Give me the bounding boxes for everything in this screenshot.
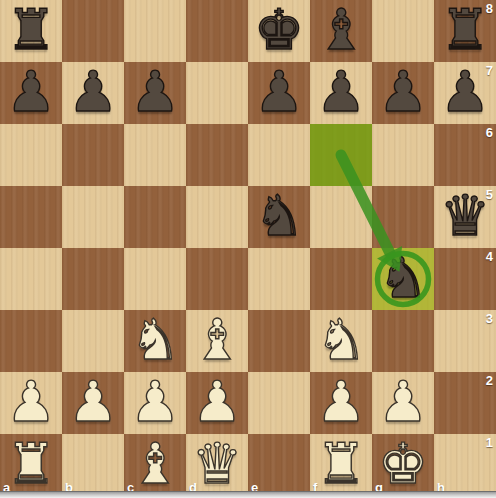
piece-white-knight-c3[interactable]: ♞: [124, 310, 186, 372]
piece-white-pawn-b2[interactable]: ♟: [62, 372, 124, 434]
square-e7[interactable]: ♟: [248, 62, 310, 124]
piece-black-pawn-f7[interactable]: ♟: [310, 62, 372, 124]
piece-black-king-e8[interactable]: ♚: [248, 0, 310, 62]
square-d1[interactable]: d♛: [186, 434, 248, 496]
square-h8[interactable]: 8♜: [434, 0, 496, 62]
rank-label-3: 3: [486, 311, 493, 326]
square-d6[interactable]: [186, 124, 248, 186]
square-f2[interactable]: ♟: [310, 372, 372, 434]
square-c3[interactable]: ♞: [124, 310, 186, 372]
square-c7[interactable]: ♟: [124, 62, 186, 124]
piece-black-pawn-h7[interactable]: ♟: [434, 62, 496, 124]
square-a5[interactable]: [0, 186, 62, 248]
square-h2[interactable]: 2: [434, 372, 496, 434]
square-b3[interactable]: [62, 310, 124, 372]
board: ♜♚♝8♜♟♟♟♟♟♟7♟6♞5♛♞4♞♝♞3♟♟♟♟♟♟2a♜bc♝d♛ef♜…: [0, 0, 496, 496]
square-a2[interactable]: ♟: [0, 372, 62, 434]
square-b5[interactable]: [62, 186, 124, 248]
square-h3[interactable]: 3: [434, 310, 496, 372]
square-e4[interactable]: [248, 248, 310, 310]
piece-white-rook-f1[interactable]: ♜: [310, 434, 372, 496]
square-c4[interactable]: [124, 248, 186, 310]
square-c1[interactable]: c♝: [124, 434, 186, 496]
piece-white-pawn-f2[interactable]: ♟: [310, 372, 372, 434]
piece-black-queen-h5[interactable]: ♛: [434, 186, 496, 248]
square-e8[interactable]: ♚: [248, 0, 310, 62]
square-h6[interactable]: 6: [434, 124, 496, 186]
piece-black-pawn-a7[interactable]: ♟: [0, 62, 62, 124]
piece-white-rook-a1[interactable]: ♜: [0, 434, 62, 496]
square-f1[interactable]: f♜: [310, 434, 372, 496]
square-g1[interactable]: g♚: [372, 434, 434, 496]
square-d8[interactable]: [186, 0, 248, 62]
piece-white-pawn-a2[interactable]: ♟: [0, 372, 62, 434]
square-f7[interactable]: ♟: [310, 62, 372, 124]
square-a8[interactable]: ♜: [0, 0, 62, 62]
square-a3[interactable]: [0, 310, 62, 372]
square-f3[interactable]: ♞: [310, 310, 372, 372]
rank-label-4: 4: [486, 249, 493, 264]
rank-label-1: 1: [486, 435, 493, 450]
piece-black-knight-e5[interactable]: ♞: [248, 186, 310, 248]
square-e6[interactable]: [248, 124, 310, 186]
chess-app: ♜♚♝8♜♟♟♟♟♟♟7♟6♞5♛♞4♞♝♞3♟♟♟♟♟♟2a♜bc♝d♛ef♜…: [0, 0, 496, 498]
piece-black-pawn-c7[interactable]: ♟: [124, 62, 186, 124]
square-c5[interactable]: [124, 186, 186, 248]
square-g5[interactable]: [372, 186, 434, 248]
square-g7[interactable]: ♟: [372, 62, 434, 124]
square-c2[interactable]: ♟: [124, 372, 186, 434]
piece-white-bishop-d3[interactable]: ♝: [186, 310, 248, 372]
square-e5[interactable]: ♞: [248, 186, 310, 248]
rank-label-2: 2: [486, 373, 493, 388]
square-g6[interactable]: [372, 124, 434, 186]
square-c6[interactable]: [124, 124, 186, 186]
square-g2[interactable]: ♟: [372, 372, 434, 434]
square-d7[interactable]: [186, 62, 248, 124]
rank-label-6: 6: [486, 125, 493, 140]
square-h1[interactable]: h1: [434, 434, 496, 496]
square-f6[interactable]: [310, 124, 372, 186]
piece-black-rook-h8[interactable]: ♜: [434, 0, 496, 62]
board-bottom-edge: [0, 491, 496, 498]
square-d2[interactable]: ♟: [186, 372, 248, 434]
piece-white-queen-d1[interactable]: ♛: [186, 434, 248, 496]
piece-black-pawn-b7[interactable]: ♟: [62, 62, 124, 124]
square-b6[interactable]: [62, 124, 124, 186]
square-e1[interactable]: e: [248, 434, 310, 496]
square-b4[interactable]: [62, 248, 124, 310]
piece-black-knight-g4[interactable]: ♞: [372, 248, 434, 310]
piece-white-pawn-d2[interactable]: ♟: [186, 372, 248, 434]
piece-white-pawn-c2[interactable]: ♟: [124, 372, 186, 434]
square-b2[interactable]: ♟: [62, 372, 124, 434]
square-f8[interactable]: ♝: [310, 0, 372, 62]
square-b1[interactable]: b: [62, 434, 124, 496]
square-c8[interactable]: [124, 0, 186, 62]
square-b7[interactable]: ♟: [62, 62, 124, 124]
square-g3[interactable]: [372, 310, 434, 372]
square-a6[interactable]: [0, 124, 62, 186]
piece-black-bishop-f8[interactable]: ♝: [310, 0, 372, 62]
square-e3[interactable]: [248, 310, 310, 372]
piece-black-pawn-g7[interactable]: ♟: [372, 62, 434, 124]
square-d5[interactable]: [186, 186, 248, 248]
square-d4[interactable]: [186, 248, 248, 310]
square-f4[interactable]: [310, 248, 372, 310]
piece-white-pawn-g2[interactable]: ♟: [372, 372, 434, 434]
square-g4[interactable]: ♞: [372, 248, 434, 310]
square-a7[interactable]: ♟: [0, 62, 62, 124]
square-b8[interactable]: [62, 0, 124, 62]
square-h4[interactable]: 4: [434, 248, 496, 310]
square-e2[interactable]: [248, 372, 310, 434]
square-a4[interactable]: [0, 248, 62, 310]
piece-black-pawn-e7[interactable]: ♟: [248, 62, 310, 124]
square-d3[interactable]: ♝: [186, 310, 248, 372]
square-h5[interactable]: 5♛: [434, 186, 496, 248]
square-f5[interactable]: [310, 186, 372, 248]
square-h7[interactable]: 7♟: [434, 62, 496, 124]
piece-white-bishop-c1[interactable]: ♝: [124, 434, 186, 496]
piece-black-rook-a8[interactable]: ♜: [0, 0, 62, 62]
square-a1[interactable]: a♜: [0, 434, 62, 496]
square-g8[interactable]: [372, 0, 434, 62]
highlight-f6: [310, 124, 372, 186]
piece-white-knight-f3[interactable]: ♞: [310, 310, 372, 372]
piece-white-king-g1[interactable]: ♚: [372, 434, 434, 496]
